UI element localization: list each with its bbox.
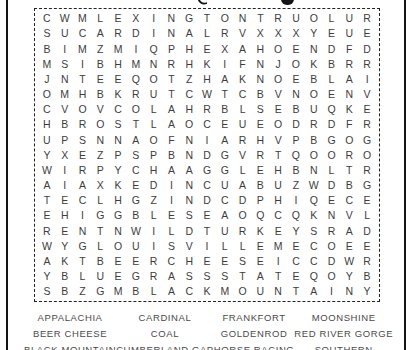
grid-cell: L <box>74 269 92 284</box>
grid-cell: W <box>56 11 74 26</box>
grid-cell: A <box>163 284 181 299</box>
grid-cell: D <box>145 178 163 193</box>
grid-cell: I <box>198 132 216 147</box>
grid-cell: C <box>340 193 358 208</box>
cut-off-page-title <box>0 0 412 6</box>
grid-cell: Y <box>287 223 305 238</box>
grid-cell: I <box>163 178 181 193</box>
grid-cell: R <box>269 11 287 26</box>
grid-cell: N <box>145 56 163 71</box>
grid-cell: C <box>74 26 92 41</box>
word-search-grid: CWMLEXINGTONTRUOLURSUCARDINALRVXXXYEUEBI… <box>38 11 376 299</box>
grid-cell: E <box>127 178 145 193</box>
grid-cell: T <box>91 223 109 238</box>
grid-cell: I <box>145 11 163 26</box>
word-list-item: HORSE RACING <box>214 344 295 350</box>
grid-cell: E <box>251 163 269 178</box>
word-list-item: COAL <box>116 328 214 339</box>
grid-cell: G <box>198 163 216 178</box>
grid-cell: Y <box>38 147 56 162</box>
grid-cell: N <box>109 223 127 238</box>
grid-cell: A <box>163 102 181 117</box>
grid-cell: U <box>269 178 287 193</box>
grid-cell: C <box>127 163 145 178</box>
grid-cell: I <box>145 223 163 238</box>
grid-cell: E <box>127 254 145 269</box>
grid-cell: Z <box>145 193 163 208</box>
grid-cell: N <box>180 193 198 208</box>
grid-cell: P <box>251 193 269 208</box>
grid-cell: S <box>216 269 234 284</box>
grid-cell: V <box>180 238 198 253</box>
grid-cell: Z <box>74 284 92 299</box>
grid-cell: D <box>234 193 252 208</box>
grid-cell: T <box>340 163 358 178</box>
grid-cell: H <box>180 41 198 56</box>
grid-cell: N <box>163 11 181 26</box>
grid-cell: E <box>56 193 74 208</box>
grid-cell: L <box>198 26 216 41</box>
grid-cell: S <box>198 269 216 284</box>
grid-cell: C <box>305 238 323 253</box>
grid-cell: A <box>163 269 181 284</box>
grid-cell: T <box>163 87 181 102</box>
grid-cell: W <box>305 178 323 193</box>
grid-cell: W <box>340 254 358 269</box>
grid-cell: O <box>145 72 163 87</box>
grid-cell: I <box>56 178 74 193</box>
grid-cell: W <box>38 163 56 178</box>
grid-cell: O <box>305 11 323 26</box>
grid-cell: I <box>358 72 376 87</box>
grid-cell: I <box>145 26 163 41</box>
grid-cell: E <box>269 102 287 117</box>
grid-cell: C <box>198 178 216 193</box>
grid-cell: Q <box>323 102 341 117</box>
grid-cell: U <box>305 102 323 117</box>
grid-cell: T <box>269 269 287 284</box>
grid-cell: H <box>198 72 216 87</box>
grid-cell: E <box>56 223 74 238</box>
grid-cell: Q <box>145 41 163 56</box>
grid-cell: K <box>251 223 269 238</box>
grid-cell: I <box>74 56 92 71</box>
grid-cell: B <box>340 178 358 193</box>
grid-cell: N <box>91 132 109 147</box>
grid-cell: D <box>287 117 305 132</box>
grid-cell: D <box>358 41 376 56</box>
grid-cell: T <box>287 284 305 299</box>
grid-cell: C <box>216 193 234 208</box>
grid-cell: G <box>180 11 198 26</box>
grid-cell: O <box>234 284 252 299</box>
grid-cell: I <box>145 238 163 253</box>
grid-cell: L <box>145 284 163 299</box>
grid-cell: H <box>251 41 269 56</box>
grid-cell: J <box>269 56 287 71</box>
grid-cell: T <box>74 254 92 269</box>
grid-cell: A <box>38 254 56 269</box>
grid-cell: G <box>358 132 376 147</box>
grid-cell: E <box>198 254 216 269</box>
grid-cell: R <box>145 254 163 269</box>
grid-cell: H <box>180 56 198 71</box>
grid-cell: B <box>56 284 74 299</box>
grid-cell: O <box>305 87 323 102</box>
grid-cell: U <box>234 117 252 132</box>
grid-cell: M <box>74 11 92 26</box>
grid-cell: O <box>91 117 109 132</box>
grid-cell: O <box>74 102 92 117</box>
grid-cell: R <box>358 11 376 26</box>
grid-cell: B <box>287 102 305 117</box>
grid-cell: V <box>91 102 109 117</box>
grid-cell: F <box>234 56 252 71</box>
grid-cell: V <box>340 208 358 223</box>
grid-cell: M <box>269 238 287 253</box>
grid-cell: Z <box>91 41 109 56</box>
grid-cell: A <box>127 132 145 147</box>
grid-cell: E <box>287 41 305 56</box>
grid-cell: D <box>180 223 198 238</box>
grid-cell: C <box>180 87 198 102</box>
grid-cell: C <box>287 254 305 269</box>
grid-cell: N <box>234 11 252 26</box>
grid-cell: E <box>163 208 181 223</box>
grid-cell: E <box>358 26 376 41</box>
grid-cell: V <box>234 26 252 41</box>
grid-cell: E <box>109 269 127 284</box>
grid-cell: Z <box>180 72 198 87</box>
grid-cell: K <box>305 208 323 223</box>
grid-cell: N <box>340 284 358 299</box>
grid-cell: Q <box>251 208 269 223</box>
grid-cell: Q <box>287 147 305 162</box>
grid-cell: N <box>74 223 92 238</box>
grid-cell: L <box>91 238 109 253</box>
grid-cell: L <box>91 11 109 26</box>
grid-cell: R <box>323 223 341 238</box>
grid-cell: E <box>109 72 127 87</box>
grid-cell: N <box>323 208 341 223</box>
grid-cell: A <box>180 163 198 178</box>
grid-cell: H <box>269 193 287 208</box>
grid-cell: G <box>74 238 92 253</box>
grid-cell: E <box>198 41 216 56</box>
grid-cell: I <box>127 41 145 56</box>
word-search-page: CWMLEXINGTONTRUOLURSUCARDINALRVXXXYEUEBI… <box>0 0 412 350</box>
grid-cell: V <box>269 132 287 147</box>
grid-cell: T <box>251 11 269 26</box>
grid-cell: N <box>251 72 269 87</box>
grid-cell: N <box>180 132 198 147</box>
grid-cell: N <box>269 284 287 299</box>
word-list-item: CARDINAL <box>116 312 214 323</box>
grid-cell: S <box>109 117 127 132</box>
grid-cell: B <box>251 87 269 102</box>
grid-cell: C <box>305 254 323 269</box>
grid-cell: O <box>287 56 305 71</box>
grid-cell: R <box>198 102 216 117</box>
grid-cell: C <box>38 11 56 26</box>
grid-cell: Q <box>287 208 305 223</box>
grid-cell: A <box>216 208 234 223</box>
grid-cell: H <box>180 102 198 117</box>
grid-cell: I <box>56 41 74 56</box>
grid-cell: R <box>74 163 92 178</box>
word-list-item: RED RIVER GORGE <box>294 328 393 339</box>
grid-cell: L <box>234 163 252 178</box>
grid-cell: V <box>56 102 74 117</box>
grid-cell: A <box>234 41 252 56</box>
grid-cell: L <box>216 238 234 253</box>
grid-cell: B <box>305 72 323 87</box>
grid-cell: E <box>91 72 109 87</box>
grid-cell: G <box>216 163 234 178</box>
grid-cell: G <box>109 208 127 223</box>
grid-cell: H <box>145 163 163 178</box>
grid-cell: C <box>38 102 56 117</box>
grid-cell: K <box>109 178 127 193</box>
grid-cell: C <box>74 193 92 208</box>
grid-cell: H <box>109 56 127 71</box>
grid-cell: B <box>56 269 74 284</box>
grid-cell: L <box>163 223 181 238</box>
grid-cell: J <box>38 72 56 87</box>
grid-cell: I <box>323 284 341 299</box>
grid-cell: O <box>109 238 127 253</box>
grid-cell: S <box>38 284 56 299</box>
grid-cell: O <box>269 72 287 87</box>
grid-cell: W <box>127 223 145 238</box>
grid-cell: P <box>91 163 109 178</box>
grid-cell: B <box>287 163 305 178</box>
grid-cell: R <box>251 147 269 162</box>
grid-cell: K <box>340 102 358 117</box>
grid-cell: P <box>56 132 74 147</box>
grid-cell: L <box>234 238 252 253</box>
grid-cell: H <box>38 117 56 132</box>
grid-cell: A <box>216 72 234 87</box>
grid-cell: O <box>358 147 376 162</box>
grid-cell: G <box>358 178 376 193</box>
grid-cell: S <box>163 238 181 253</box>
grid-cell: L <box>323 11 341 26</box>
grid-cell: Q <box>305 269 323 284</box>
grid-cell: U <box>91 269 109 284</box>
grid-cell: C <box>163 254 181 269</box>
grid-cell: R <box>305 117 323 132</box>
grid-cell: R <box>38 223 56 238</box>
grid-cell: A <box>305 284 323 299</box>
grid-cell: B <box>216 102 234 117</box>
grid-cell: A <box>74 178 92 193</box>
grid-cell: O <box>269 117 287 132</box>
grid-cell: E <box>358 193 376 208</box>
grid-cell: D <box>127 26 145 41</box>
grid-cell: G <box>323 132 341 147</box>
grid-cell: U <box>38 132 56 147</box>
grid-cell: C <box>198 117 216 132</box>
grid-cell: E <box>340 238 358 253</box>
grid-cell: Y <box>109 163 127 178</box>
grid-cell: V <box>358 87 376 102</box>
grid-cell: U <box>216 178 234 193</box>
grid-cell: V <box>234 147 252 162</box>
grid-cell: N <box>251 56 269 71</box>
grid-cell: E <box>323 193 341 208</box>
word-list: APPALACHIACARDINALFRANKFORTMOONSHINEBEER… <box>24 312 390 350</box>
grid-cell: C <box>109 102 127 117</box>
grid-cell: R <box>358 254 376 269</box>
grid-cell: R <box>340 56 358 71</box>
grid-cell: E <box>358 238 376 253</box>
grid-cell: U <box>56 26 74 41</box>
grid-cell: T <box>163 72 181 87</box>
grid-cell: E <box>287 238 305 253</box>
grid-cell: E <box>109 254 127 269</box>
grid-cell: C <box>180 284 198 299</box>
grid-cell: H <box>74 87 92 102</box>
grid-cell: L <box>323 72 341 87</box>
grid-cell: M <box>127 56 145 71</box>
grid-cell: L <box>234 102 252 117</box>
grid-cell: O <box>323 238 341 253</box>
grid-cell: U <box>145 87 163 102</box>
grid-cell: M <box>38 56 56 71</box>
grid-cell: L <box>323 163 341 178</box>
grid-cell: W <box>38 238 56 253</box>
grid-cell: I <box>269 254 287 269</box>
page-border-right <box>404 0 406 350</box>
grid-cell: E <box>38 208 56 223</box>
title-descender-y-icon <box>198 0 208 6</box>
grid-cell: X <box>127 11 145 26</box>
grid-cell: T <box>38 193 56 208</box>
grid-cell: M <box>56 87 74 102</box>
word-list-item: BLACK MOUNTAIN <box>24 344 116 350</box>
grid-cell: K <box>198 284 216 299</box>
grid-cell: U <box>216 223 234 238</box>
word-list-item: GOLDENROD <box>214 328 295 339</box>
grid-cell: O <box>269 41 287 56</box>
grid-cell: O <box>323 147 341 162</box>
grid-cell: E <box>287 269 305 284</box>
grid-cell: E <box>216 254 234 269</box>
grid-cell: X <box>56 147 74 162</box>
grid-cell: B <box>38 41 56 56</box>
title-descender-g-icon <box>281 0 294 5</box>
grid-cell: Z <box>287 178 305 193</box>
word-list-item: CUMBERLAND GAP <box>116 344 214 350</box>
grid-cell: G <box>91 208 109 223</box>
grid-cell: K <box>56 254 74 269</box>
grid-cell: Y <box>56 238 74 253</box>
grid-cell: H <box>109 193 127 208</box>
grid-cell: M <box>216 284 234 299</box>
grid-cell: D <box>323 117 341 132</box>
grid-cell: U <box>251 284 269 299</box>
grid-cell: O <box>216 11 234 26</box>
grid-cell: R <box>358 56 376 71</box>
grid-cell: L <box>91 193 109 208</box>
grid-cell: D <box>323 254 341 269</box>
grid-cell: U <box>287 11 305 26</box>
grid-cell: H <box>269 163 287 178</box>
grid-cell: F <box>163 132 181 147</box>
grid-cell: K <box>109 87 127 102</box>
grid-cell: O <box>180 117 198 132</box>
grid-cell: A <box>163 163 181 178</box>
grid-cell: B <box>127 284 145 299</box>
grid-cell: B <box>358 269 376 284</box>
grid-cell: B <box>91 254 109 269</box>
grid-cell: O <box>145 132 163 147</box>
grid-cell: Y <box>358 284 376 299</box>
grid-cell: E <box>198 208 216 223</box>
grid-cell: U <box>340 26 358 41</box>
grid-cell: E <box>216 117 234 132</box>
grid-cell: Q <box>127 72 145 87</box>
grid-cell: N <box>163 26 181 41</box>
grid-cell: B <box>323 56 341 71</box>
page-border-left <box>6 0 8 350</box>
word-list-item: FRANKFORT <box>214 312 295 323</box>
grid-cell: I <box>74 208 92 223</box>
grid-cell: U <box>340 11 358 26</box>
grid-cell: D <box>198 193 216 208</box>
grid-cell: P <box>109 147 127 162</box>
grid-cell: M <box>109 284 127 299</box>
grid-cell: U <box>127 238 145 253</box>
grid-cell: R <box>234 223 252 238</box>
grid-cell: T <box>216 87 234 102</box>
grid-cell: A <box>216 132 234 147</box>
grid-cell: R <box>127 87 145 102</box>
grid-cell: G <box>127 193 145 208</box>
grid-cell: B <box>56 117 74 132</box>
grid-cell: F <box>340 41 358 56</box>
grid-cell: V <box>269 87 287 102</box>
grid-cell: R <box>216 26 234 41</box>
grid-cell: C <box>234 87 252 102</box>
grid-cell: D <box>323 41 341 56</box>
grid-cell: S <box>56 56 74 71</box>
grid-cell: E <box>269 223 287 238</box>
grid-cell: M <box>74 41 92 56</box>
grid-cell: P <box>287 132 305 147</box>
grid-cell: O <box>323 269 341 284</box>
grid-cell: S <box>74 132 92 147</box>
grid-cell: E <box>323 26 341 41</box>
grid-cell: G <box>91 284 109 299</box>
grid-cell: Y <box>305 26 323 41</box>
grid-cell: N <box>340 87 358 102</box>
grid-cell: S <box>38 26 56 41</box>
grid-cell: L <box>145 102 163 117</box>
grid-cell: D <box>198 147 216 162</box>
grid-cell: M <box>109 41 127 56</box>
grid-cell: S <box>305 223 323 238</box>
grid-cell: E <box>74 147 92 162</box>
grid-cell: A <box>38 178 56 193</box>
grid-cell: O <box>234 208 252 223</box>
word-search-grid-border: CWMLEXINGTONTRUOLURSUCARDINALRVXXXYEUEBI… <box>34 8 380 302</box>
grid-cell: I <box>287 193 305 208</box>
grid-cell: E <box>251 254 269 269</box>
grid-cell: A <box>251 269 269 284</box>
grid-cell: S <box>180 269 198 284</box>
